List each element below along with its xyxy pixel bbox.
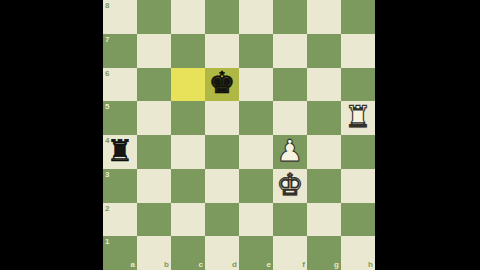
square-g7[interactable]: [307, 34, 341, 68]
square-e3[interactable]: [239, 169, 273, 203]
square-h7[interactable]: [341, 34, 375, 68]
square-c8[interactable]: [171, 0, 205, 34]
square-d2[interactable]: [205, 203, 239, 237]
square-g8[interactable]: [307, 0, 341, 34]
square-a8[interactable]: 8: [103, 0, 137, 34]
square-a3[interactable]: 3: [103, 169, 137, 203]
square-g2[interactable]: [307, 203, 341, 237]
square-c7[interactable]: [171, 34, 205, 68]
square-h4[interactable]: [341, 135, 375, 169]
square-f1[interactable]: f: [273, 236, 307, 270]
square-g6[interactable]: [307, 68, 341, 102]
square-e7[interactable]: [239, 34, 273, 68]
square-g5[interactable]: [307, 101, 341, 135]
file-label-f: f: [302, 261, 305, 269]
square-f7[interactable]: [273, 34, 307, 68]
square-b5[interactable]: [137, 101, 171, 135]
square-d5[interactable]: [205, 101, 239, 135]
square-a6[interactable]: 6: [103, 68, 137, 102]
square-b7[interactable]: [137, 34, 171, 68]
square-c5[interactable]: [171, 101, 205, 135]
square-c2[interactable]: [171, 203, 205, 237]
file-label-e: e: [267, 261, 271, 269]
white-king-icon[interactable]: ♚: [277, 170, 304, 200]
square-c1[interactable]: c: [171, 236, 205, 270]
letterbox-background: 876♚5♜4♜♟3♚21abcdefgh: [0, 0, 480, 270]
square-c3[interactable]: [171, 169, 205, 203]
square-f5[interactable]: [273, 101, 307, 135]
square-f3[interactable]: ♚: [273, 169, 307, 203]
square-b1[interactable]: b: [137, 236, 171, 270]
square-d3[interactable]: [205, 169, 239, 203]
square-h1[interactable]: h: [341, 236, 375, 270]
square-d7[interactable]: [205, 34, 239, 68]
file-label-h: h: [368, 261, 373, 269]
black-rook-icon[interactable]: ♜: [107, 136, 134, 166]
square-h3[interactable]: [341, 169, 375, 203]
square-f2[interactable]: [273, 203, 307, 237]
file-label-g: g: [334, 261, 339, 269]
square-e2[interactable]: [239, 203, 273, 237]
square-h8[interactable]: [341, 0, 375, 34]
square-d6[interactable]: ♚: [205, 68, 239, 102]
square-e6[interactable]: [239, 68, 273, 102]
rank-label-6: 6: [105, 70, 109, 78]
square-f6[interactable]: [273, 68, 307, 102]
rank-label-3: 3: [105, 171, 109, 179]
square-h2[interactable]: [341, 203, 375, 237]
white-pawn-icon[interactable]: ♟: [277, 136, 304, 166]
square-b6[interactable]: [137, 68, 171, 102]
rank-label-2: 2: [105, 205, 109, 213]
square-c4[interactable]: [171, 135, 205, 169]
square-a4[interactable]: 4♜: [103, 135, 137, 169]
square-g3[interactable]: [307, 169, 341, 203]
square-d4[interactable]: [205, 135, 239, 169]
square-h5[interactable]: ♜: [341, 101, 375, 135]
square-h6[interactable]: [341, 68, 375, 102]
square-a7[interactable]: 7: [103, 34, 137, 68]
black-king-icon[interactable]: ♚: [209, 68, 236, 98]
square-b3[interactable]: [137, 169, 171, 203]
square-g1[interactable]: g: [307, 236, 341, 270]
rank-label-8: 8: [105, 2, 109, 10]
square-f8[interactable]: [273, 0, 307, 34]
square-e4[interactable]: [239, 135, 273, 169]
square-f4[interactable]: ♟: [273, 135, 307, 169]
rank-label-7: 7: [105, 36, 109, 44]
square-g4[interactable]: [307, 135, 341, 169]
square-b8[interactable]: [137, 0, 171, 34]
square-e5[interactable]: [239, 101, 273, 135]
square-e1[interactable]: e: [239, 236, 273, 270]
square-e8[interactable]: [239, 0, 273, 34]
file-label-d: d: [232, 261, 237, 269]
square-b4[interactable]: [137, 135, 171, 169]
file-label-c: c: [199, 261, 203, 269]
square-b2[interactable]: [137, 203, 171, 237]
square-a5[interactable]: 5: [103, 101, 137, 135]
rank-label-1: 1: [105, 238, 109, 246]
square-d1[interactable]: d: [205, 236, 239, 270]
white-rook-icon[interactable]: ♜: [345, 102, 372, 132]
file-label-a: a: [131, 261, 135, 269]
chess-board: 876♚5♜4♜♟3♚21abcdefgh: [103, 0, 375, 270]
file-label-b: b: [164, 261, 169, 269]
rank-label-5: 5: [105, 103, 109, 111]
square-a1[interactable]: 1a: [103, 236, 137, 270]
square-d8[interactable]: [205, 0, 239, 34]
square-c6[interactable]: [171, 68, 205, 102]
square-a2[interactable]: 2: [103, 203, 137, 237]
